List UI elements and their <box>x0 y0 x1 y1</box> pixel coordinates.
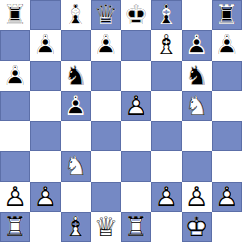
piece-glyph-stroke: ♖ <box>0 0 30 30</box>
square-d5[interactable] <box>91 91 121 121</box>
piece-glyph-stroke: ♙ <box>61 91 91 121</box>
black-pawn[interactable]: ♟♙ <box>182 30 212 60</box>
piece-glyph-stroke: ♔ <box>121 0 151 30</box>
square-d1[interactable]: ♛♕ <box>91 212 121 242</box>
square-b2[interactable]: ♟♙ <box>30 182 60 212</box>
square-a4[interactable] <box>0 121 30 151</box>
piece-glyph-stroke: ♗ <box>151 0 181 30</box>
white-bishop[interactable]: ♝♗ <box>151 30 181 60</box>
square-e2[interactable] <box>121 182 151 212</box>
black-pawn[interactable]: ♟♙ <box>91 30 121 60</box>
piece-glyph-stroke: ♙ <box>0 182 30 212</box>
square-c6[interactable]: ♞♘ <box>61 61 91 91</box>
square-d4[interactable] <box>91 121 121 151</box>
square-a7[interactable] <box>0 30 30 60</box>
square-h6[interactable] <box>212 61 242 91</box>
square-c3[interactable]: ♞♘ <box>61 151 91 181</box>
square-e1[interactable]: ♜♖ <box>121 212 151 242</box>
square-h3[interactable] <box>212 151 242 181</box>
piece-glyph-stroke: ♙ <box>212 30 242 60</box>
black-bishop[interactable]: ♝♗ <box>61 0 91 30</box>
piece-glyph-stroke: ♕ <box>91 0 121 30</box>
white-queen[interactable]: ♛♕ <box>91 212 121 242</box>
black-bishop[interactable]: ♝♗ <box>151 0 181 30</box>
square-e3[interactable] <box>121 151 151 181</box>
square-b6[interactable] <box>30 61 60 91</box>
square-f3[interactable] <box>151 151 181 181</box>
piece-glyph-stroke: ♕ <box>91 212 121 242</box>
square-h1[interactable] <box>212 212 242 242</box>
square-g5[interactable]: ♞♘ <box>182 91 212 121</box>
square-e5[interactable]: ♟♙ <box>121 91 151 121</box>
square-e8[interactable]: ♚♔ <box>121 0 151 30</box>
square-c7[interactable] <box>61 30 91 60</box>
square-g1[interactable]: ♚♔ <box>182 212 212 242</box>
square-d3[interactable] <box>91 151 121 181</box>
piece-glyph-stroke: ♘ <box>182 61 212 91</box>
square-h7[interactable]: ♟♙ <box>212 30 242 60</box>
white-bishop[interactable]: ♝♗ <box>61 212 91 242</box>
square-b4[interactable] <box>30 121 60 151</box>
chess-board: ♜♖♝♗♛♕♚♔♝♗♜♖♟♙♟♙♝♗♟♙♟♙♟♙♞♘♞♘♟♙♟♙♞♘♞♘♟♙♟♙… <box>0 0 242 242</box>
square-h5[interactable] <box>212 91 242 121</box>
piece-glyph-stroke: ♘ <box>61 61 91 91</box>
square-d6[interactable] <box>91 61 121 91</box>
piece-glyph-stroke: ♙ <box>182 30 212 60</box>
white-pawn[interactable]: ♟♙ <box>30 182 60 212</box>
piece-glyph-stroke: ♘ <box>182 91 212 121</box>
square-a1[interactable]: ♜♖ <box>0 212 30 242</box>
square-b8[interactable] <box>30 0 60 30</box>
black-knight[interactable]: ♞♘ <box>182 61 212 91</box>
white-pawn[interactable]: ♟♙ <box>151 182 181 212</box>
square-f1[interactable] <box>151 212 181 242</box>
black-pawn[interactable]: ♟♙ <box>0 61 30 91</box>
square-a8[interactable]: ♜♖ <box>0 0 30 30</box>
square-g7[interactable]: ♟♙ <box>182 30 212 60</box>
square-f7[interactable]: ♝♗ <box>151 30 181 60</box>
white-knight[interactable]: ♞♘ <box>182 91 212 121</box>
square-h8[interactable]: ♜♖ <box>212 0 242 30</box>
square-c5[interactable]: ♟♙ <box>61 91 91 121</box>
square-e6[interactable] <box>121 61 151 91</box>
black-rook[interactable]: ♜♖ <box>212 0 242 30</box>
square-a3[interactable] <box>0 151 30 181</box>
piece-glyph-stroke: ♖ <box>0 212 30 242</box>
piece-glyph-stroke: ♗ <box>151 30 181 60</box>
square-f6[interactable] <box>151 61 181 91</box>
black-pawn[interactable]: ♟♙ <box>212 30 242 60</box>
square-d8[interactable]: ♛♕ <box>91 0 121 30</box>
square-h4[interactable] <box>212 121 242 151</box>
black-king[interactable]: ♚♔ <box>121 0 151 30</box>
square-a2[interactable]: ♟♙ <box>0 182 30 212</box>
piece-glyph-stroke: ♙ <box>30 182 60 212</box>
square-c8[interactable]: ♝♗ <box>61 0 91 30</box>
square-b1[interactable] <box>30 212 60 242</box>
piece-glyph-stroke: ♔ <box>182 212 212 242</box>
white-rook[interactable]: ♜♖ <box>0 212 30 242</box>
white-rook[interactable]: ♜♖ <box>121 212 151 242</box>
black-rook[interactable]: ♜♖ <box>0 0 30 30</box>
white-pawn[interactable]: ♟♙ <box>121 91 151 121</box>
square-e4[interactable] <box>121 121 151 151</box>
square-f5[interactable] <box>151 91 181 121</box>
black-pawn[interactable]: ♟♙ <box>30 30 60 60</box>
piece-glyph-stroke: ♙ <box>30 30 60 60</box>
piece-glyph-stroke: ♗ <box>61 0 91 30</box>
square-b3[interactable] <box>30 151 60 181</box>
square-d7[interactable]: ♟♙ <box>91 30 121 60</box>
piece-glyph-stroke: ♙ <box>151 182 181 212</box>
square-c4[interactable] <box>61 121 91 151</box>
square-f2[interactable]: ♟♙ <box>151 182 181 212</box>
piece-glyph-stroke: ♗ <box>61 212 91 242</box>
square-g3[interactable] <box>182 151 212 181</box>
piece-glyph-stroke: ♖ <box>121 212 151 242</box>
square-b7[interactable]: ♟♙ <box>30 30 60 60</box>
square-e7[interactable] <box>121 30 151 60</box>
piece-glyph-stroke: ♙ <box>0 61 30 91</box>
piece-glyph-stroke: ♘ <box>61 151 91 181</box>
piece-glyph-stroke: ♙ <box>121 91 151 121</box>
piece-glyph-stroke: ♖ <box>212 0 242 30</box>
square-f8[interactable]: ♝♗ <box>151 0 181 30</box>
square-c1[interactable]: ♝♗ <box>61 212 91 242</box>
black-queen[interactable]: ♛♕ <box>91 0 121 30</box>
white-pawn[interactable]: ♟♙ <box>0 182 30 212</box>
square-g8[interactable] <box>182 0 212 30</box>
piece-glyph-stroke: ♙ <box>182 182 212 212</box>
square-b5[interactable] <box>30 91 60 121</box>
black-pawn[interactable]: ♟♙ <box>61 91 91 121</box>
square-g4[interactable] <box>182 121 212 151</box>
square-g2[interactable]: ♟♙ <box>182 182 212 212</box>
white-knight[interactable]: ♞♘ <box>61 151 91 181</box>
square-g6[interactable]: ♞♘ <box>182 61 212 91</box>
square-c2[interactable] <box>61 182 91 212</box>
piece-glyph-stroke: ♙ <box>212 182 242 212</box>
square-d2[interactable] <box>91 182 121 212</box>
white-king[interactable]: ♚♔ <box>182 212 212 242</box>
black-knight[interactable]: ♞♘ <box>61 61 91 91</box>
square-f4[interactable] <box>151 121 181 151</box>
white-pawn[interactable]: ♟♙ <box>182 182 212 212</box>
square-a6[interactable]: ♟♙ <box>0 61 30 91</box>
piece-glyph-stroke: ♙ <box>91 30 121 60</box>
square-h2[interactable]: ♟♙ <box>212 182 242 212</box>
white-pawn[interactable]: ♟♙ <box>212 182 242 212</box>
square-a5[interactable] <box>0 91 30 121</box>
